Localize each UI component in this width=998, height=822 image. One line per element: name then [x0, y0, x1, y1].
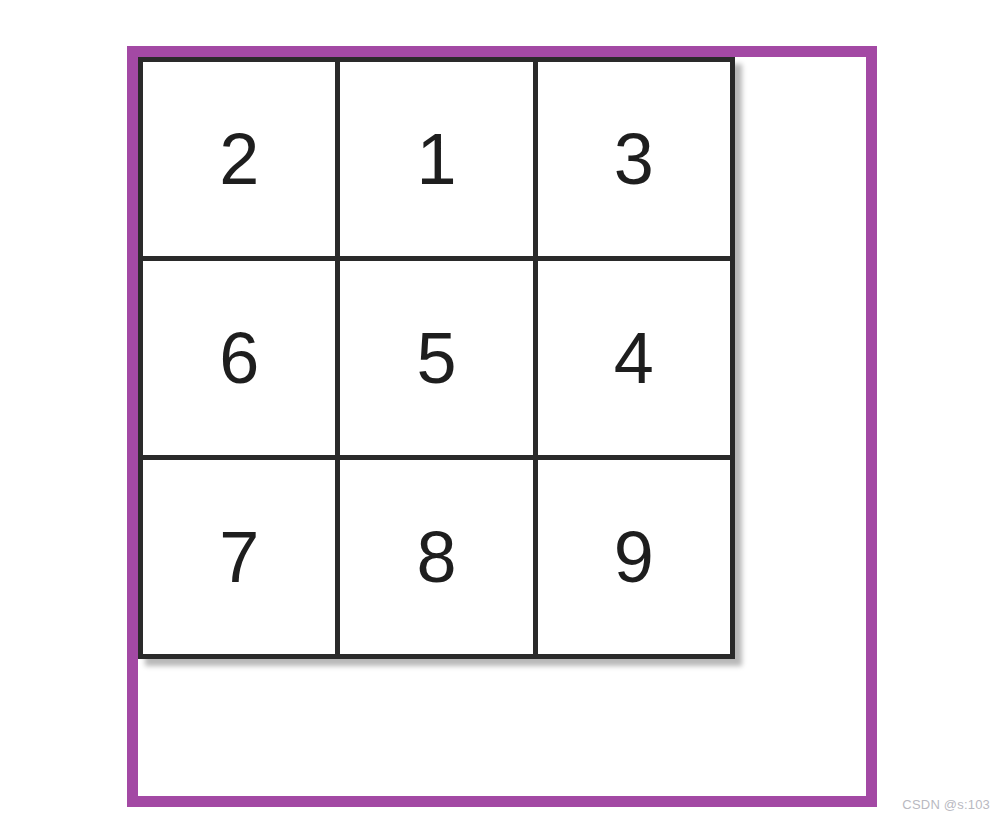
- cell-r1c2: 1: [340, 62, 532, 256]
- csdn-watermark: CSDN @s:103: [902, 797, 990, 812]
- cell-r2c2: 5: [340, 261, 532, 455]
- number-grid-board: 2 1 3 6 5 4 7 8 9: [138, 57, 735, 659]
- cell-r2c1: 6: [143, 261, 335, 455]
- cell-r1c1: 2: [143, 62, 335, 256]
- diagram-canvas: 2 1 3 6 5 4 7 8 9 CSDN @s:103: [0, 0, 998, 822]
- cell-r3c3: 9: [538, 460, 730, 654]
- cell-r3c1: 7: [143, 460, 335, 654]
- cell-r2c3: 4: [538, 261, 730, 455]
- cell-r3c2: 8: [340, 460, 532, 654]
- cell-r1c3: 3: [538, 62, 730, 256]
